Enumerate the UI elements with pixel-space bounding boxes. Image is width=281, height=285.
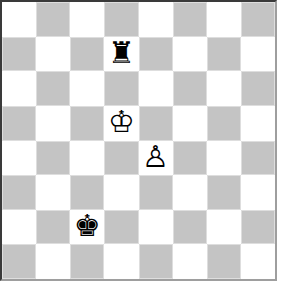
board-frame: ♜♔♙♚ bbox=[0, 0, 277, 281]
square-e1[interactable] bbox=[139, 244, 173, 279]
square-g5[interactable] bbox=[207, 106, 241, 141]
square-a3[interactable] bbox=[2, 175, 36, 210]
square-d5[interactable]: ♔ bbox=[104, 106, 138, 141]
square-d7[interactable]: ♜ bbox=[104, 37, 138, 72]
square-h1[interactable] bbox=[241, 244, 275, 279]
square-c3[interactable] bbox=[70, 175, 104, 210]
black-rook: ♜ bbox=[108, 38, 135, 68]
square-b3[interactable] bbox=[36, 175, 70, 210]
square-a5[interactable] bbox=[2, 106, 36, 141]
square-h7[interactable] bbox=[241, 37, 275, 72]
square-f7[interactable] bbox=[173, 37, 207, 72]
square-d4[interactable] bbox=[104, 141, 138, 176]
square-c4[interactable] bbox=[70, 141, 104, 176]
square-g4[interactable] bbox=[207, 141, 241, 176]
square-f3[interactable] bbox=[173, 175, 207, 210]
square-d3[interactable] bbox=[104, 175, 138, 210]
square-b4[interactable] bbox=[36, 141, 70, 176]
square-h5[interactable] bbox=[241, 106, 275, 141]
square-h3[interactable] bbox=[241, 175, 275, 210]
white-king: ♔ bbox=[108, 107, 135, 137]
square-f4[interactable] bbox=[173, 141, 207, 176]
square-g7[interactable] bbox=[207, 37, 241, 72]
square-h2[interactable] bbox=[241, 210, 275, 245]
square-e5[interactable] bbox=[139, 106, 173, 141]
square-g3[interactable] bbox=[207, 175, 241, 210]
square-e4[interactable]: ♙ bbox=[139, 141, 173, 176]
square-h4[interactable] bbox=[241, 141, 275, 176]
square-b5[interactable] bbox=[36, 106, 70, 141]
square-e2[interactable] bbox=[139, 210, 173, 245]
square-e3[interactable] bbox=[139, 175, 173, 210]
square-c6[interactable] bbox=[70, 71, 104, 106]
square-a7[interactable] bbox=[2, 37, 36, 72]
square-e6[interactable] bbox=[139, 71, 173, 106]
square-g1[interactable] bbox=[207, 244, 241, 279]
square-d2[interactable] bbox=[104, 210, 138, 245]
square-b6[interactable] bbox=[36, 71, 70, 106]
square-f8[interactable] bbox=[173, 2, 207, 37]
square-b8[interactable] bbox=[36, 2, 70, 37]
square-c5[interactable] bbox=[70, 106, 104, 141]
chess-board: ♜♔♙♚ bbox=[2, 2, 275, 279]
white-pawn: ♙ bbox=[142, 142, 169, 172]
black-king: ♚ bbox=[74, 211, 101, 241]
square-a8[interactable] bbox=[2, 2, 36, 37]
square-d1[interactable] bbox=[104, 244, 138, 279]
square-a4[interactable] bbox=[2, 141, 36, 176]
square-b7[interactable] bbox=[36, 37, 70, 72]
square-a6[interactable] bbox=[2, 71, 36, 106]
square-c2[interactable]: ♚ bbox=[70, 210, 104, 245]
square-e8[interactable] bbox=[139, 2, 173, 37]
square-a1[interactable] bbox=[2, 244, 36, 279]
square-f1[interactable] bbox=[173, 244, 207, 279]
square-f5[interactable] bbox=[173, 106, 207, 141]
square-h8[interactable] bbox=[241, 2, 275, 37]
square-g6[interactable] bbox=[207, 71, 241, 106]
square-c1[interactable] bbox=[70, 244, 104, 279]
square-e7[interactable] bbox=[139, 37, 173, 72]
square-b2[interactable] bbox=[36, 210, 70, 245]
square-g2[interactable] bbox=[207, 210, 241, 245]
square-c8[interactable] bbox=[70, 2, 104, 37]
square-h6[interactable] bbox=[241, 71, 275, 106]
square-f2[interactable] bbox=[173, 210, 207, 245]
square-c7[interactable] bbox=[70, 37, 104, 72]
square-f6[interactable] bbox=[173, 71, 207, 106]
square-g8[interactable] bbox=[207, 2, 241, 37]
square-a2[interactable] bbox=[2, 210, 36, 245]
square-d8[interactable] bbox=[104, 2, 138, 37]
square-d6[interactable] bbox=[104, 71, 138, 106]
square-b1[interactable] bbox=[36, 244, 70, 279]
